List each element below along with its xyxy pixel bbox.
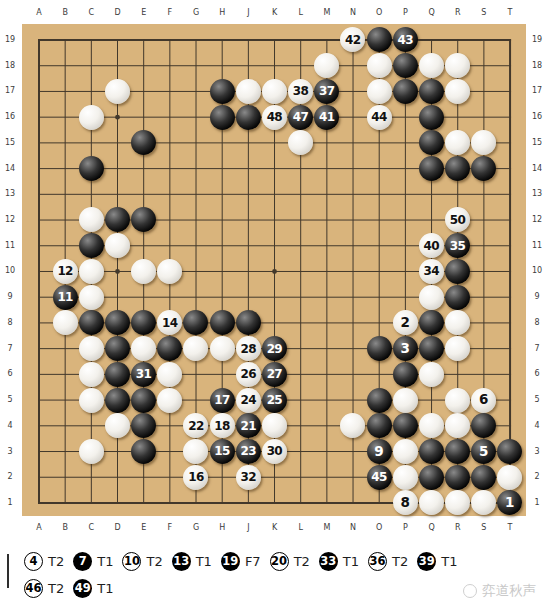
stone-black-T3 (497, 439, 522, 464)
coord-label-bottom-B: B (62, 524, 68, 532)
stone-white-C12 (79, 207, 104, 232)
stone-black-S3: 5 (471, 439, 496, 464)
stone-move-number: 5 (479, 445, 488, 459)
coord-label-top-B: B (62, 9, 68, 17)
coord-label-right-1: 1 (534, 499, 539, 507)
stone-white-S15 (471, 130, 496, 155)
coord-label-left-13: 13 (5, 190, 15, 198)
coord-label-right-8: 8 (534, 319, 539, 327)
stone-move-number: 45 (371, 471, 387, 483)
coord-label-right-17: 17 (532, 87, 542, 95)
caption-row-2: 46T249T1 (24, 575, 538, 602)
stone-move-number: 50 (450, 214, 466, 226)
coord-label-bottom-K: K (272, 524, 277, 532)
stone-black-S4 (471, 413, 496, 438)
coord-label-top-D: D (114, 9, 120, 17)
stone-move-number: 27 (267, 368, 283, 380)
stone-move-number: 21 (240, 420, 256, 432)
stone-white-E10 (131, 259, 156, 284)
stone-white-L17: 38 (288, 79, 313, 104)
coord-label-left-19: 19 (5, 36, 15, 44)
stone-black-O7 (367, 336, 392, 361)
stone-white-Q4 (419, 413, 444, 438)
stone-white-F6 (157, 362, 182, 387)
stone-black-O5 (367, 388, 392, 413)
stone-black-R14 (445, 156, 470, 181)
stone-white-O16: 44 (367, 105, 392, 130)
stone-move-number: 47 (293, 111, 309, 123)
stone-move-number: 3 (400, 342, 409, 356)
stone-white-G3 (183, 439, 208, 464)
stone-black-P18 (393, 53, 418, 78)
stone-move-number: 25 (267, 394, 283, 406)
coord-label-top-A: A (36, 9, 41, 17)
stone-white-J7: 28 (236, 336, 261, 361)
stone-move-number: 41 (319, 111, 335, 123)
stone-black-K5: 25 (262, 388, 287, 413)
stone-move-number: 17 (214, 394, 230, 406)
coord-label-top-N: N (350, 9, 356, 17)
coord-label-left-5: 5 (7, 396, 12, 404)
stone-move-number: 14 (162, 317, 178, 329)
coord-label-top-O: O (376, 9, 382, 17)
caption-entry: 4T2 (24, 552, 64, 571)
watermark-logo-icon (463, 584, 477, 598)
caption-stone-10: 10 (122, 552, 141, 571)
stone-black-Q14 (419, 156, 444, 181)
stone-black-T1: 1 (497, 490, 522, 515)
caption-stone-46: 46 (24, 579, 43, 598)
stone-black-H17 (210, 79, 235, 104)
stone-black-M16: 41 (314, 105, 339, 130)
stone-black-E4 (131, 413, 156, 438)
stone-white-B10: 12 (53, 259, 78, 284)
coord-label-bottom-Q: Q (428, 524, 434, 532)
coord-label-right-10: 10 (532, 267, 542, 275)
caption-coordinate: T2 (146, 554, 162, 569)
stone-white-Q6 (419, 362, 444, 387)
coord-label-bottom-F: F (168, 524, 173, 532)
stone-white-R1 (445, 490, 470, 515)
stone-black-D6 (105, 362, 130, 387)
stone-white-Q10: 34 (419, 259, 444, 284)
stone-black-H5: 17 (210, 388, 235, 413)
stone-black-H16 (210, 105, 235, 130)
caption-entry: 33T1 (319, 552, 359, 571)
coord-label-right-14: 14 (532, 165, 542, 173)
coord-label-right-13: 13 (532, 190, 542, 198)
stone-move-number: 31 (136, 368, 152, 380)
stone-black-C14 (79, 156, 104, 181)
coord-label-bottom-T: T (508, 524, 513, 532)
stone-white-H4: 18 (210, 413, 235, 438)
stone-black-M17: 37 (314, 79, 339, 104)
stone-white-F10 (157, 259, 182, 284)
coord-label-bottom-E: E (141, 524, 146, 532)
stone-black-P4 (393, 413, 418, 438)
coord-label-top-S: S (481, 9, 486, 17)
coord-label-top-Q: Q (428, 9, 434, 17)
stone-move-number: 28 (240, 343, 256, 355)
stone-black-D8 (105, 310, 130, 335)
stone-white-C10 (79, 259, 104, 284)
coord-label-bottom-P: P (403, 524, 408, 532)
coord-label-bottom-G: G (193, 524, 199, 532)
caption-coordinate: T1 (343, 554, 359, 569)
stone-move-number: 9 (374, 445, 383, 459)
coord-label-left-8: 8 (7, 319, 12, 327)
stone-black-S14 (471, 156, 496, 181)
stone-white-J17 (236, 79, 261, 104)
stone-white-R15 (445, 130, 470, 155)
coord-label-left-11: 11 (5, 242, 15, 250)
coord-label-bottom-L: L (298, 524, 302, 532)
coord-label-left-12: 12 (5, 216, 15, 224)
stone-black-Q17 (419, 79, 444, 104)
stone-white-C16 (79, 105, 104, 130)
coord-label-right-18: 18 (532, 62, 542, 70)
stone-move-number: 26 (240, 368, 256, 380)
stone-white-P1: 8 (393, 490, 418, 515)
stone-white-N4 (340, 413, 365, 438)
coord-label-top-F: F (168, 9, 173, 17)
stone-black-O3: 9 (367, 439, 392, 464)
stone-black-L16: 47 (288, 105, 313, 130)
stone-move-number: 12 (57, 265, 73, 277)
caption-stone-4: 4 (24, 552, 43, 571)
stone-black-O19 (367, 27, 392, 52)
caption-entry: 49T1 (73, 579, 113, 598)
stone-move-number: 11 (57, 291, 73, 303)
caption-coordinate: T1 (97, 554, 113, 569)
stone-white-G7 (183, 336, 208, 361)
stone-white-Q11: 40 (419, 233, 444, 258)
stone-white-S5: 6 (471, 388, 496, 413)
caption-stone-13: 13 (172, 552, 191, 571)
coord-label-right-11: 11 (532, 242, 542, 250)
stone-black-R10 (445, 259, 470, 284)
stone-black-P19: 43 (393, 27, 418, 52)
stone-black-Q3 (419, 439, 444, 464)
caption-stone-39: 39 (417, 552, 436, 571)
coord-label-left-4: 4 (7, 422, 12, 430)
coord-label-right-7: 7 (534, 345, 539, 353)
coord-label-left-14: 14 (5, 165, 15, 173)
stone-white-K3: 30 (262, 439, 287, 464)
stone-white-P8: 2 (393, 310, 418, 335)
stone-black-P6 (393, 362, 418, 387)
stone-move-number: 40 (424, 240, 440, 252)
stone-black-J3: 23 (236, 439, 261, 464)
stone-black-E6: 31 (131, 362, 156, 387)
stone-move-number: 37 (319, 85, 335, 97)
stone-white-K4 (262, 413, 287, 438)
caption-coordinate: T2 (48, 581, 64, 596)
coord-label-top-K: K (272, 9, 277, 17)
stone-white-C3 (79, 439, 104, 464)
caption-entry: 7T1 (73, 552, 113, 571)
stone-black-Q15 (419, 130, 444, 155)
caption-row-1: 4T27T110T213T119F720T233T136T239T1 (24, 548, 538, 575)
coord-label-top-L: L (298, 9, 302, 17)
stone-white-O17 (367, 79, 392, 104)
caption-entry: 10T2 (122, 552, 162, 571)
stone-black-J16 (236, 105, 261, 130)
coord-label-bottom-N: N (350, 524, 356, 532)
stone-white-L15 (288, 130, 313, 155)
caption-coordinate: T1 (441, 554, 457, 569)
stone-black-E8 (131, 310, 156, 335)
stone-black-D12 (105, 207, 130, 232)
stone-white-G2: 16 (183, 465, 208, 490)
coord-label-right-9: 9 (534, 293, 539, 301)
coord-label-right-12: 12 (532, 216, 542, 224)
caption-coordinate: T2 (392, 554, 408, 569)
stone-move-number: 15 (214, 445, 230, 457)
coord-label-left-7: 7 (7, 345, 12, 353)
move-caption: 4T27T110T213T119F720T233T136T239T1 46T24… (24, 548, 538, 602)
stone-black-F7 (157, 336, 182, 361)
coord-label-bottom-C: C (89, 524, 95, 532)
coord-label-left-1: 1 (7, 499, 12, 507)
stone-black-Q8 (419, 310, 444, 335)
stone-black-R11: 35 (445, 233, 470, 258)
stone-black-B9: 11 (53, 285, 78, 310)
caption-stone-19: 19 (221, 552, 240, 571)
stone-black-E5 (131, 388, 156, 413)
stone-black-S2 (471, 465, 496, 490)
coord-label-bottom-M: M (323, 524, 330, 532)
stone-white-Q9 (419, 285, 444, 310)
coord-label-top-T: T (508, 9, 513, 17)
stone-black-D7 (105, 336, 130, 361)
coord-label-bottom-H: H (219, 524, 225, 532)
coord-label-bottom-J: J (247, 524, 249, 532)
stone-white-T2 (497, 465, 522, 490)
coord-label-top-R: R (455, 9, 461, 17)
stone-black-P7: 3 (393, 336, 418, 361)
stone-move-number: 22 (188, 420, 204, 432)
coord-label-top-P: P (403, 9, 408, 17)
coord-label-top-G: G (193, 9, 199, 17)
stone-white-J6: 26 (236, 362, 261, 387)
caption-coordinate: T1 (196, 554, 212, 569)
coord-label-bottom-D: D (114, 524, 120, 532)
stone-move-number: 34 (424, 265, 440, 277)
stone-white-P3 (393, 439, 418, 464)
go-diagram-page: 4243383748474144504035123411142282933126… (0, 0, 550, 614)
stone-white-D11 (105, 233, 130, 258)
stone-white-D17 (105, 79, 130, 104)
stone-white-O18 (367, 53, 392, 78)
stone-move-number: 23 (240, 445, 256, 457)
coord-label-left-17: 17 (5, 87, 15, 95)
coord-label-right-6: 6 (534, 370, 539, 378)
caption-entry: 19F7 (221, 552, 261, 571)
coord-label-left-10: 10 (5, 267, 15, 275)
coord-label-left-2: 2 (7, 473, 12, 481)
caption-coordinate: T1 (97, 581, 113, 596)
stone-black-E12 (131, 207, 156, 232)
stone-white-R7 (445, 336, 470, 361)
stone-black-O2: 45 (367, 465, 392, 490)
stone-black-J8 (236, 310, 261, 335)
stone-white-J5: 24 (236, 388, 261, 413)
stone-move-number: 32 (240, 471, 256, 483)
stone-black-H8 (210, 310, 235, 335)
coord-label-left-18: 18 (5, 62, 15, 70)
coord-label-right-2: 2 (534, 473, 539, 481)
coord-label-top-C: C (89, 9, 95, 17)
coord-label-right-4: 4 (534, 422, 539, 430)
caption-entry: 20T2 (270, 552, 310, 571)
stone-white-R17 (445, 79, 470, 104)
stone-white-C6 (79, 362, 104, 387)
stone-black-E3 (131, 439, 156, 464)
stone-white-K17 (262, 79, 287, 104)
caption-entry: 46T2 (24, 579, 64, 598)
stone-move-number: 44 (371, 111, 387, 123)
stone-white-P2 (393, 465, 418, 490)
stone-move-number: 16 (188, 471, 204, 483)
stone-move-number: 38 (293, 85, 309, 97)
stone-white-B8 (53, 310, 78, 335)
stone-white-E7 (131, 336, 156, 361)
stone-white-G4: 22 (183, 413, 208, 438)
stone-move-number: 18 (214, 420, 230, 432)
caption-coordinate: T2 (294, 554, 310, 569)
stone-black-Q16 (419, 105, 444, 130)
stone-move-number: 35 (450, 240, 466, 252)
stone-white-R5 (445, 388, 470, 413)
coord-label-left-16: 16 (5, 113, 15, 121)
stone-black-P17 (393, 79, 418, 104)
stone-black-C11 (79, 233, 104, 258)
caption-entry: 39T1 (417, 552, 457, 571)
coord-label-top-E: E (141, 9, 146, 17)
stone-white-F8: 14 (157, 310, 182, 335)
coord-label-left-6: 6 (7, 370, 12, 378)
stone-black-R3 (445, 439, 470, 464)
coord-label-top-M: M (323, 9, 330, 17)
coord-label-bottom-A: A (36, 524, 41, 532)
coord-label-left-15: 15 (5, 139, 15, 147)
stone-white-M18 (314, 53, 339, 78)
caption-stone-49: 49 (73, 579, 92, 598)
stone-black-D5 (105, 388, 130, 413)
caption-left-edge-mark (7, 554, 9, 588)
stone-white-F5 (157, 388, 182, 413)
stone-white-R18 (445, 53, 470, 78)
caption-stone-20: 20 (270, 552, 289, 571)
caption-stone-33: 33 (319, 552, 338, 571)
stone-move-number: 6 (479, 393, 488, 407)
watermark: 弈道秋声 (463, 582, 536, 600)
stone-white-J2: 32 (236, 465, 261, 490)
coord-label-right-15: 15 (532, 139, 542, 147)
stone-black-C8 (79, 310, 104, 335)
coord-label-right-16: 16 (532, 113, 542, 121)
stone-black-Q7 (419, 336, 444, 361)
stone-black-J4: 21 (236, 413, 261, 438)
stone-move-number: 30 (267, 445, 283, 457)
stone-move-number: 48 (267, 111, 283, 123)
stone-move-number: 29 (267, 343, 283, 355)
stone-white-R8 (445, 310, 470, 335)
stones-layer: 4243383748474144504035123411142282933126… (26, 27, 523, 516)
stone-move-number: 8 (400, 496, 409, 510)
stone-black-Q2 (419, 465, 444, 490)
coord-label-left-9: 9 (7, 293, 12, 301)
coord-label-right-3: 3 (534, 448, 539, 456)
coord-label-bottom-O: O (376, 524, 382, 532)
coord-label-left-3: 3 (7, 448, 12, 456)
stone-black-E15 (131, 130, 156, 155)
stone-white-C9 (79, 285, 104, 310)
caption-coordinate: T2 (48, 554, 64, 569)
coord-label-bottom-R: R (455, 524, 461, 532)
stone-white-K16: 48 (262, 105, 287, 130)
stone-white-P5 (393, 388, 418, 413)
caption-coordinate: F7 (245, 554, 261, 569)
stone-black-O4 (367, 413, 392, 438)
stone-white-H7 (210, 336, 235, 361)
stone-move-number: 43 (397, 34, 413, 46)
stone-move-number: 2 (400, 316, 409, 330)
caption-entry: 13T1 (172, 552, 212, 571)
coord-label-right-19: 19 (532, 36, 542, 44)
stone-white-Q1 (419, 490, 444, 515)
stone-white-Q18 (419, 53, 444, 78)
caption-stone-7: 7 (73, 552, 92, 571)
caption-entry: 36T2 (368, 552, 408, 571)
coord-label-right-5: 5 (534, 396, 539, 404)
caption-stone-36: 36 (368, 552, 387, 571)
stone-black-K7: 29 (262, 336, 287, 361)
stone-white-D4 (105, 413, 130, 438)
stone-black-R2 (445, 465, 470, 490)
coord-label-bottom-S: S (481, 524, 486, 532)
stone-white-R12: 50 (445, 207, 470, 232)
stone-black-H3: 15 (210, 439, 235, 464)
stone-move-number: 24 (240, 394, 256, 406)
coord-label-top-H: H (219, 9, 225, 17)
stone-white-N19: 42 (340, 27, 365, 52)
watermark-text: 弈道秋声 (482, 582, 536, 600)
stone-move-number: 42 (345, 34, 361, 46)
stone-black-R9 (445, 285, 470, 310)
stone-black-G8 (183, 310, 208, 335)
coord-label-top-J: J (247, 9, 249, 17)
stone-white-C7 (79, 336, 104, 361)
stone-white-R4 (445, 413, 470, 438)
stone-white-C5 (79, 388, 104, 413)
stone-black-K6: 27 (262, 362, 287, 387)
stone-move-number: 1 (505, 496, 514, 510)
stone-white-S1 (471, 490, 496, 515)
